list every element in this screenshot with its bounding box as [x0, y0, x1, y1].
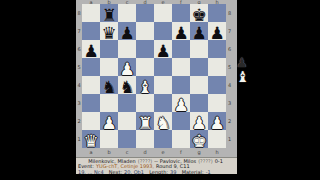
square-c8[interactable] [118, 4, 136, 22]
square-f2[interactable] [172, 112, 190, 130]
piece-white-king[interactable]: ♚ [190, 132, 208, 150]
file-label-d-bottom: d [136, 148, 154, 157]
square-f6[interactable] [172, 40, 190, 58]
length-label: Length: [149, 169, 168, 175]
square-c1[interactable] [118, 130, 136, 148]
file-label-b-bottom: b [100, 148, 118, 157]
piece-black-knight[interactable]: ♞ [100, 78, 118, 96]
square-a8[interactable] [82, 4, 100, 22]
square-g1[interactable]: ♚ [190, 130, 208, 148]
piece-black-pawn[interactable]: ♟ [154, 42, 172, 60]
square-c6[interactable] [118, 40, 136, 58]
square-c4[interactable]: ♞ [118, 76, 136, 94]
square-c7[interactable]: ♟ [118, 22, 136, 40]
square-a2[interactable] [82, 112, 100, 130]
square-b6[interactable] [100, 40, 118, 58]
material-value: -1 [206, 169, 211, 175]
square-e2[interactable]: ♞ [154, 112, 172, 130]
square-f3[interactable]: ♟ [172, 94, 190, 112]
square-a1[interactable]: ♛ [82, 130, 100, 148]
square-d6[interactable] [136, 40, 154, 58]
square-f1[interactable] [172, 130, 190, 148]
square-h1[interactable] [208, 130, 226, 148]
square-h7[interactable]: ♟ [208, 22, 226, 40]
rank-label-2-right: 2 [228, 112, 239, 130]
square-a3[interactable] [82, 94, 100, 112]
last-move: 19. ... Nc4 [78, 169, 104, 175]
rank-label-3-right: 3 [228, 94, 239, 112]
square-h2[interactable]: ♟ [208, 112, 226, 130]
square-d5[interactable] [136, 58, 154, 76]
square-a7[interactable] [82, 22, 100, 40]
square-f5[interactable] [172, 58, 190, 76]
square-c2[interactable] [118, 112, 136, 130]
piece-white-rook[interactable]: ♜ [136, 114, 154, 132]
square-b7[interactable]: ♛ [100, 22, 118, 40]
square-a4[interactable] [82, 76, 100, 94]
file-label-a-bottom: a [82, 148, 100, 157]
piece-black-king[interactable]: ♚ [190, 6, 208, 24]
piece-black-rook[interactable]: ♜ [100, 6, 118, 24]
chess-board: ♜♚♛♟♟♟♟♟♟♟♞♞♝♟♟♜♞♟♟♛♚ [82, 4, 226, 148]
square-e8[interactable] [154, 4, 172, 22]
square-e7[interactable] [154, 22, 172, 40]
square-d7[interactable] [136, 22, 154, 40]
square-d2[interactable]: ♜ [136, 112, 154, 130]
piece-black-pawn[interactable]: ♟ [208, 24, 226, 42]
black-rating: (????) [198, 158, 213, 164]
chess-app-view: abcdefgh 87654321 87654321 ♜♚♛♟♟♟♟♟♟♟♞♞♝… [76, 0, 237, 174]
square-g5[interactable] [190, 58, 208, 76]
square-c5[interactable]: ♟ [118, 58, 136, 76]
file-label-e-bottom: e [154, 148, 172, 157]
square-c3[interactable] [118, 94, 136, 112]
square-g7[interactable]: ♟ [190, 22, 208, 40]
square-d1[interactable] [136, 130, 154, 148]
rank-label-7-right: 7 [228, 22, 239, 40]
material-white-bishop-icon: ♝ [236, 70, 256, 85]
move-status-line: 19. ... Nc4 Next:20. Qb1 Length:39 Mater… [76, 170, 237, 176]
square-e5[interactable] [154, 58, 172, 76]
square-e3[interactable] [154, 94, 172, 112]
file-label-g-bottom: g [190, 148, 208, 157]
square-b1[interactable] [100, 130, 118, 148]
file-label-c-bottom: c [118, 148, 136, 157]
game-result: 0-1 [215, 158, 223, 164]
rank-label-1-right: 1 [228, 130, 239, 148]
square-h5[interactable] [208, 58, 226, 76]
file-labels-bottom: abcdefgh [82, 148, 226, 157]
piece-white-pawn[interactable]: ♟ [190, 114, 208, 132]
square-f7[interactable]: ♟ [172, 22, 190, 40]
square-f8[interactable] [172, 4, 190, 22]
square-b8[interactable]: ♜ [100, 4, 118, 22]
captured-material-tray: ♟ ♝ [236, 56, 256, 85]
piece-black-queen[interactable]: ♛ [100, 24, 118, 42]
square-g8[interactable]: ♚ [190, 4, 208, 22]
square-f4[interactable] [172, 76, 190, 94]
file-label-h-bottom: h [208, 148, 226, 157]
square-d8[interactable] [136, 4, 154, 22]
material-label: Material: [182, 169, 204, 175]
piece-white-pawn[interactable]: ♟ [118, 60, 136, 78]
piece-black-knight[interactable]: ♞ [118, 78, 136, 96]
piece-white-pawn[interactable]: ♟ [172, 96, 190, 114]
square-b3[interactable] [100, 94, 118, 112]
piece-white-knight[interactable]: ♞ [154, 114, 172, 132]
square-h8[interactable] [208, 4, 226, 22]
length-value: 39 [170, 169, 176, 175]
piece-white-queen[interactable]: ♛ [82, 132, 100, 150]
square-h6[interactable] [208, 40, 226, 58]
square-g3[interactable] [190, 94, 208, 112]
piece-white-bishop[interactable]: ♝ [136, 78, 154, 96]
square-e6[interactable]: ♟ [154, 40, 172, 58]
square-h3[interactable] [208, 94, 226, 112]
square-b5[interactable] [100, 58, 118, 76]
square-d3[interactable] [136, 94, 154, 112]
square-g2[interactable]: ♟ [190, 112, 208, 130]
video-frame: { "game": "chess", "position": "1r4k1/1q… [0, 0, 320, 180]
square-a6[interactable]: ♟ [82, 40, 100, 58]
piece-black-pawn[interactable]: ♟ [82, 42, 100, 60]
piece-black-pawn[interactable]: ♟ [190, 24, 208, 42]
game-info-panel: Milenkovic, Mladen(????)--Pavlovic, Milo… [76, 157, 237, 174]
square-a5[interactable] [82, 58, 100, 76]
rank-label-8-right: 8 [228, 4, 239, 22]
square-g4[interactable] [190, 76, 208, 94]
square-h4[interactable] [208, 76, 226, 94]
piece-black-pawn[interactable]: ♟ [118, 24, 136, 42]
piece-white-pawn[interactable]: ♟ [208, 114, 226, 132]
square-b4[interactable]: ♞ [100, 76, 118, 94]
piece-white-pawn[interactable]: ♟ [100, 114, 118, 132]
square-g6[interactable] [190, 40, 208, 58]
square-d4[interactable]: ♝ [136, 76, 154, 94]
square-e4[interactable] [154, 76, 172, 94]
next-label: Next: [109, 169, 122, 175]
square-b2[interactable]: ♟ [100, 112, 118, 130]
square-e1[interactable] [154, 130, 172, 148]
piece-black-pawn[interactable]: ♟ [172, 24, 190, 42]
next-move: 20. Qb1 [124, 169, 144, 175]
file-label-f-bottom: f [172, 148, 190, 157]
